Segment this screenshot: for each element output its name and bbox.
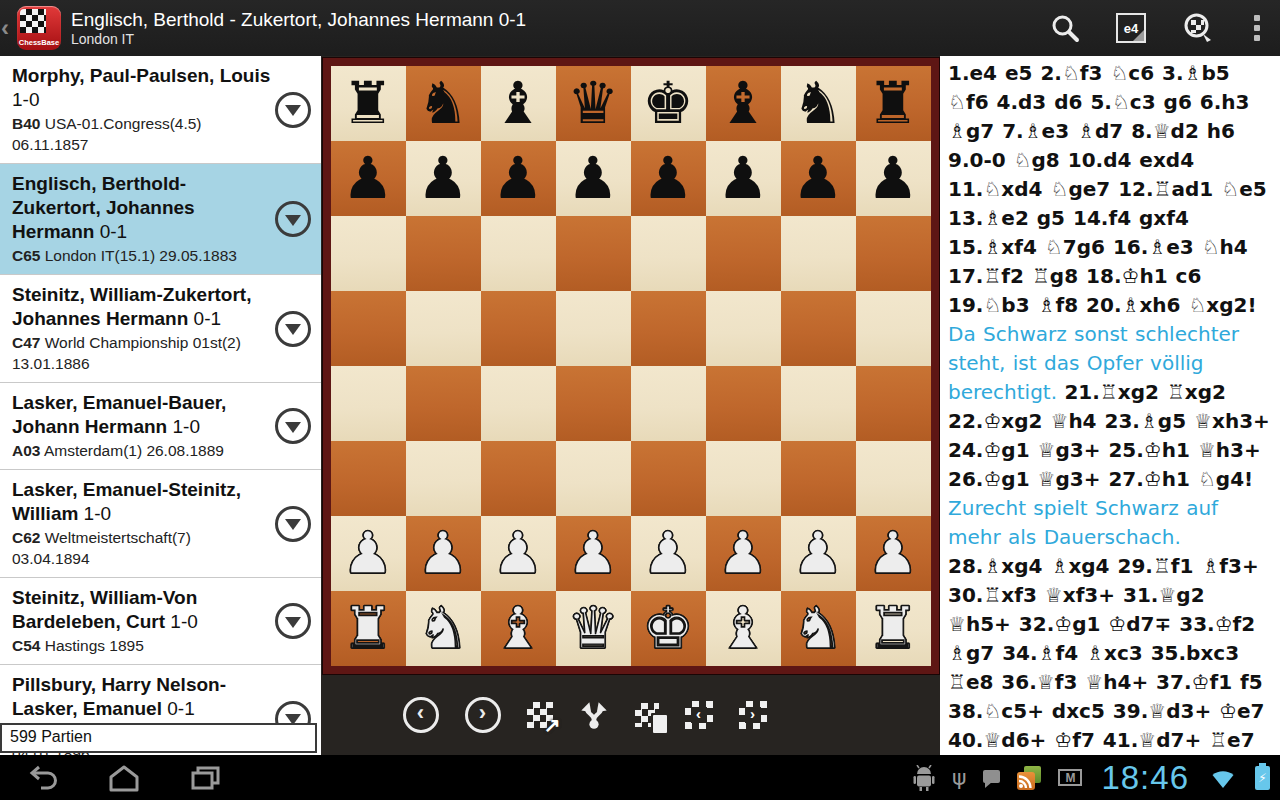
board-square[interactable]	[781, 441, 856, 516]
white-bishop-piece[interactable]: ♝	[717, 592, 769, 665]
eco-code: C54	[12, 637, 40, 654]
event-subtitle: London IT	[71, 31, 526, 48]
board-square[interactable]: ♟	[481, 516, 556, 591]
event-info: London IT(15.1) 29.05.1883	[40, 247, 236, 264]
game-list-item[interactable]: Steinitz, William-Von Bardeleben, Curt 1…	[0, 578, 321, 665]
feeds-icon	[1017, 766, 1041, 790]
home-icon[interactable]	[107, 764, 141, 792]
back-icon[interactable]	[24, 764, 60, 792]
white-king-piece[interactable]: ♚	[642, 592, 694, 665]
annotation-text[interactable]: Zurecht spielt Schwarz auf mehr als Daue…	[948, 496, 1218, 549]
action-buttons: e4	[1050, 11, 1280, 45]
notation-panel[interactable]: 1.e4 e5 2.♘f3 ♘c6 3.♗b5 ♘f6 4.d3 d6 5.♘c…	[940, 56, 1280, 755]
overflow-menu-icon[interactable]	[1252, 13, 1262, 43]
board-square[interactable]: ♝	[706, 591, 781, 666]
wifi-icon	[1208, 766, 1238, 790]
board-square[interactable]	[331, 366, 406, 441]
expand-game-button[interactable]	[275, 201, 311, 237]
game-list-item[interactable]: Englisch, Berthold-Zukertort, Johannes H…	[0, 164, 321, 275]
board-square[interactable]	[481, 291, 556, 366]
usb-icon	[952, 765, 967, 790]
game-summary: Lasker, Emanuel-Bauer, Johann Hermann 1-…	[12, 391, 275, 461]
battery-charging-icon	[1255, 766, 1270, 790]
notation-e4-icon[interactable]: e4	[1116, 13, 1146, 43]
white-pawn-piece[interactable]: ♟	[642, 517, 694, 590]
black-pawn-piece[interactable]: ♟	[417, 142, 469, 215]
game-list-item[interactable]: Steinitz, William-Zukertort, Johannes He…	[0, 275, 321, 383]
copy-position-button[interactable]	[635, 703, 659, 727]
board-square[interactable]	[406, 366, 481, 441]
board-square[interactable]: ♜	[856, 66, 931, 141]
status-area: 18:46	[913, 759, 1270, 797]
previous-game-button[interactable]	[685, 701, 713, 729]
expand-game-button[interactable]	[275, 92, 311, 128]
white-queen-piece[interactable]: ♛	[567, 592, 619, 665]
variations-button[interactable]	[579, 700, 609, 730]
black-queen-piece[interactable]: ♛	[567, 67, 619, 140]
board-square[interactable]	[406, 291, 481, 366]
black-pawn-piece[interactable]: ♟	[717, 142, 769, 215]
logo-checkerboard-icon	[20, 9, 46, 33]
black-bishop-piece[interactable]: ♝	[717, 67, 769, 140]
black-pawn-piece[interactable]: ♟	[342, 142, 394, 215]
black-rook-piece[interactable]: ♜	[342, 67, 394, 140]
board-square[interactable]: ♟	[706, 516, 781, 591]
result: 1-0	[165, 611, 198, 632]
black-pawn-piece[interactable]: ♟	[492, 142, 544, 215]
notation-text: 1.e4 e5 2.♘f3 ♘c6 3.♗b5 ♘f6 4.d3 d6 5.♘c…	[948, 59, 1274, 755]
move-toolbar	[321, 674, 940, 755]
board-square[interactable]	[781, 291, 856, 366]
board-square[interactable]: ♟	[781, 141, 856, 216]
board-square[interactable]	[631, 441, 706, 516]
board-square[interactable]	[781, 366, 856, 441]
event-info: USA-01.Congress(4.5) 06.11.1857	[12, 115, 202, 153]
board-square[interactable]: ♚	[631, 66, 706, 141]
board-square[interactable]: ♟	[781, 516, 856, 591]
board-square[interactable]: ♞	[781, 66, 856, 141]
game-summary: Morphy, Paul-Paulsen, Louis 1-0B40 USA-0…	[12, 64, 275, 155]
board-square[interactable]: ♜	[331, 66, 406, 141]
white-pawn-piece[interactable]: ♟	[792, 517, 844, 590]
expand-game-button[interactable]	[275, 311, 311, 347]
black-knight-piece[interactable]: ♞	[417, 67, 469, 140]
moves-text[interactable]: 28.♗xg4 ♗xg4 29.♖f1 ♗f3+ 30.♖xf3 ♕xf3+ 3…	[948, 554, 1265, 755]
board-panel: ♜♞♝♛♚♝♞♜♟♟♟♟♟♟♟♟♟♟♟♟♟♟♟♟♜♞♝♛♚♝♞♜	[321, 56, 940, 755]
game-list-item[interactable]: Morphy, Paul-Paulsen, Louis 1-0B40 USA-0…	[0, 56, 321, 164]
result: 0-1	[94, 221, 127, 242]
result: 1-0	[78, 503, 111, 524]
white-rook-piece[interactable]: ♜	[342, 592, 394, 665]
black-knight-piece[interactable]: ♞	[792, 67, 844, 140]
board-square[interactable]: ♟	[706, 141, 781, 216]
board-square[interactable]	[406, 441, 481, 516]
board-square[interactable]	[631, 366, 706, 441]
board-square[interactable]	[706, 366, 781, 441]
eco-code: C62	[12, 529, 40, 546]
expand-game-button[interactable]	[275, 408, 311, 444]
search-icon[interactable]	[1050, 13, 1080, 43]
white-knight-piece[interactable]: ♞	[792, 592, 844, 665]
chess-board[interactable]: ♜♞♝♛♚♝♞♜♟♟♟♟♟♟♟♟♟♟♟♟♟♟♟♟♜♞♝♛♚♝♞♜	[323, 58, 939, 674]
result: 0-1	[188, 308, 221, 329]
board-square[interactable]: ♟	[481, 141, 556, 216]
goto-move-button[interactable]	[527, 702, 553, 728]
game-list-item[interactable]: Lasker, Emanuel-Steinitz, William 1-0C62…	[0, 470, 321, 578]
white-bishop-piece[interactable]: ♝	[492, 592, 544, 665]
event-info: Amsterdam(1) 26.08.1889	[40, 442, 224, 459]
board-square[interactable]: ♛	[556, 66, 631, 141]
board-square[interactable]	[556, 291, 631, 366]
board-square[interactable]: ♞	[406, 66, 481, 141]
board-square[interactable]: ♟	[406, 516, 481, 591]
board-square[interactable]	[556, 441, 631, 516]
board-square[interactable]: ♜	[856, 591, 931, 666]
black-pawn-piece[interactable]: ♟	[642, 142, 694, 215]
white-rook-piece[interactable]: ♜	[867, 592, 919, 665]
board-square[interactable]	[556, 366, 631, 441]
players: Morphy, Paul-Paulsen, Louis	[12, 65, 270, 86]
board-square[interactable]	[706, 441, 781, 516]
navigation-keys	[24, 764, 222, 792]
board-square[interactable]	[331, 216, 406, 291]
eco-code: B40	[12, 115, 40, 132]
event-info: World Championship 01st(2) 13.01.1886	[12, 334, 241, 372]
board-square[interactable]: ♟	[856, 141, 931, 216]
board-square[interactable]	[706, 216, 781, 291]
position-search-icon[interactable]	[1182, 11, 1216, 45]
chessbase-app: ‹ ChessBase Englisch, Berthold - Zukerto…	[0, 0, 1280, 800]
game-summary: Steinitz, William-Zukertort, Johannes He…	[12, 283, 275, 374]
white-pawn-piece[interactable]: ♟	[342, 517, 394, 590]
black-rook-piece[interactable]: ♜	[867, 67, 919, 140]
board-square[interactable]: ♟	[631, 141, 706, 216]
black-pawn-piece[interactable]: ♟	[792, 142, 844, 215]
board-square[interactable]	[481, 216, 556, 291]
white-pawn-piece[interactable]: ♟	[867, 517, 919, 590]
board-square[interactable]	[481, 441, 556, 516]
folded-corner	[1133, 30, 1144, 41]
board-square[interactable]: ♝	[481, 66, 556, 141]
board-square[interactable]: ♟	[556, 141, 631, 216]
board-square[interactable]	[631, 291, 706, 366]
logo-brand-text: ChessBase	[17, 38, 61, 47]
title-block: Englisch, Berthold - Zukertort, Johannes…	[71, 8, 526, 48]
board-square[interactable]	[331, 291, 406, 366]
black-king-piece[interactable]: ♚	[642, 67, 694, 140]
next-game-button[interactable]	[739, 701, 767, 729]
board-square[interactable]: ♟	[331, 141, 406, 216]
board-square[interactable]	[481, 366, 556, 441]
result: 1-0	[12, 89, 39, 110]
moves-text[interactable]: 1.e4 e5 2.♘f3 ♘c6 3.♗b5 ♘f6 4.d3 d6 5.♘c…	[948, 61, 1267, 317]
board-square[interactable]	[406, 216, 481, 291]
board-square[interactable]: ♛	[556, 591, 631, 666]
next-move-button[interactable]	[465, 697, 501, 733]
board-square[interactable]: ♟	[331, 516, 406, 591]
players: Lasker, Emanuel-Steinitz, William	[12, 479, 241, 524]
black-pawn-piece[interactable]: ♟	[567, 142, 619, 215]
chessbase-logo[interactable]: ChessBase	[17, 6, 61, 50]
board-square[interactable]	[856, 291, 931, 366]
board-square[interactable]: ♜	[331, 591, 406, 666]
clock: 18:46	[1101, 759, 1189, 797]
eco-code: C47	[12, 334, 40, 351]
game-title: Englisch, Berthold - Zukertort, Johannes…	[71, 8, 526, 31]
board-square[interactable]	[856, 366, 931, 441]
board-square[interactable]	[856, 216, 931, 291]
white-knight-piece[interactable]: ♞	[417, 592, 469, 665]
white-pawn-piece[interactable]: ♟	[492, 517, 544, 590]
white-pawn-piece[interactable]: ♟	[567, 517, 619, 590]
board-square[interactable]: ♝	[481, 591, 556, 666]
game-summary: Lasker, Emanuel-Steinitz, William 1-0C62…	[12, 478, 275, 569]
chat-icon	[983, 770, 1000, 783]
board-square[interactable]: ♟	[406, 141, 481, 216]
result: 0-1	[162, 698, 195, 719]
action-bar: ‹ ChessBase Englisch, Berthold - Zukerto…	[0, 0, 1280, 56]
game-list: Morphy, Paul-Paulsen, Louis 1-0B40 USA-0…	[0, 56, 321, 755]
android-system-bar: 18:46	[0, 755, 1280, 800]
result: 1-0	[167, 416, 200, 437]
game-count-toast: 599 Partien	[0, 723, 317, 753]
board-square[interactable]: ♝	[706, 66, 781, 141]
back-chevron-icon[interactable]: ‹	[1, 14, 15, 42]
main-area: Morphy, Paul-Paulsen, Louis 1-0B40 USA-0…	[0, 56, 1280, 755]
event-info: Hastings 1895	[40, 637, 143, 654]
board-square[interactable]	[331, 441, 406, 516]
board-square[interactable]: ♚	[631, 591, 706, 666]
board-square[interactable]: ♞	[781, 591, 856, 666]
recents-icon[interactable]	[188, 764, 222, 792]
black-bishop-piece[interactable]: ♝	[492, 67, 544, 140]
eco-code: C65	[12, 247, 40, 264]
game-summary: Steinitz, William-Von Bardeleben, Curt 1…	[12, 586, 275, 656]
board-square[interactable]: ♟	[856, 516, 931, 591]
white-pawn-piece[interactable]: ♟	[417, 517, 469, 590]
board-square[interactable]: ♟	[631, 516, 706, 591]
gmail-icon	[1058, 769, 1082, 786]
board-square[interactable]	[556, 216, 631, 291]
expand-game-button[interactable]	[275, 506, 311, 542]
eco-code: A03	[12, 442, 40, 459]
board-square[interactable]	[781, 216, 856, 291]
expand-game-button[interactable]	[275, 603, 311, 639]
board-square[interactable]	[706, 291, 781, 366]
white-pawn-piece[interactable]: ♟	[717, 517, 769, 590]
board-square[interactable]	[631, 216, 706, 291]
page-icon	[653, 715, 667, 733]
game-summary: Englisch, Berthold-Zukertort, Johannes H…	[12, 172, 275, 266]
previous-move-button[interactable]	[403, 697, 439, 733]
game-list-item[interactable]: Lasker, Emanuel-Bauer, Johann Hermann 1-…	[0, 383, 321, 470]
board-square[interactable]: ♟	[556, 516, 631, 591]
board-square[interactable]	[856, 441, 931, 516]
adb-icon	[913, 765, 935, 791]
board-square[interactable]: ♞	[406, 591, 481, 666]
black-pawn-piece[interactable]: ♟	[867, 142, 919, 215]
